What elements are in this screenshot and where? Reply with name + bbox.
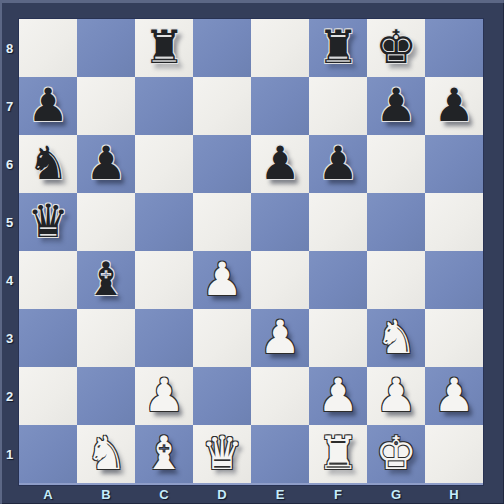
square-d2[interactable] — [193, 367, 251, 425]
square-a4[interactable] — [19, 251, 77, 309]
rank-label-2: 2 — [0, 367, 19, 425]
black-king-icon[interactable]: ♚ — [375, 24, 416, 70]
file-label-b: B — [77, 485, 135, 504]
square-h5[interactable] — [425, 193, 483, 251]
square-e8[interactable] — [251, 19, 309, 77]
square-e7[interactable] — [251, 77, 309, 135]
black-pawn-icon[interactable]: ♟ — [317, 140, 358, 186]
square-g3[interactable]: ♞ — [367, 309, 425, 367]
square-h8[interactable] — [425, 19, 483, 77]
black-pawn-icon[interactable]: ♟ — [259, 140, 300, 186]
chess-board: ♜♜♚♟♟♟♞♟♟♟♛♝♟♟♞♟♟♟♟♞♝♛♜♚ — [19, 19, 483, 485]
file-label-d: D — [193, 485, 251, 504]
square-c1[interactable]: ♝ — [135, 425, 193, 483]
white-knight-icon[interactable]: ♞ — [85, 430, 126, 476]
white-pawn-icon[interactable]: ♟ — [317, 372, 358, 418]
square-b4[interactable]: ♝ — [77, 251, 135, 309]
square-c8[interactable]: ♜ — [135, 19, 193, 77]
square-c4[interactable] — [135, 251, 193, 309]
file-label-e: E — [251, 485, 309, 504]
square-f4[interactable] — [309, 251, 367, 309]
square-g8[interactable]: ♚ — [367, 19, 425, 77]
square-a7[interactable]: ♟ — [19, 77, 77, 135]
square-d3[interactable] — [193, 309, 251, 367]
file-label-g: G — [367, 485, 425, 504]
square-h1[interactable] — [425, 425, 483, 483]
square-d4[interactable]: ♟ — [193, 251, 251, 309]
square-a1[interactable] — [19, 425, 77, 483]
square-d7[interactable] — [193, 77, 251, 135]
square-h3[interactable] — [425, 309, 483, 367]
square-b5[interactable] — [77, 193, 135, 251]
file-label-c: C — [135, 485, 193, 504]
rank-label-5: 5 — [0, 193, 19, 251]
white-king-icon[interactable]: ♚ — [375, 430, 416, 476]
white-pawn-icon[interactable]: ♟ — [143, 372, 184, 418]
white-rook-icon[interactable]: ♜ — [317, 430, 358, 476]
square-a6[interactable]: ♞ — [19, 135, 77, 193]
white-pawn-icon[interactable]: ♟ — [375, 372, 416, 418]
square-d1[interactable]: ♛ — [193, 425, 251, 483]
square-c7[interactable] — [135, 77, 193, 135]
rank-labels: 87654321 — [0, 19, 19, 483]
square-a8[interactable] — [19, 19, 77, 77]
square-a5[interactable]: ♛ — [19, 193, 77, 251]
square-b2[interactable] — [77, 367, 135, 425]
square-e3[interactable]: ♟ — [251, 309, 309, 367]
rank-label-3: 3 — [0, 309, 19, 367]
rank-label-4: 4 — [0, 251, 19, 309]
black-pawn-icon[interactable]: ♟ — [375, 82, 416, 128]
black-rook-icon[interactable]: ♜ — [317, 24, 358, 70]
white-bishop-icon[interactable]: ♝ — [143, 430, 184, 476]
square-c2[interactable]: ♟ — [135, 367, 193, 425]
square-g4[interactable] — [367, 251, 425, 309]
square-h7[interactable]: ♟ — [425, 77, 483, 135]
square-g7[interactable]: ♟ — [367, 77, 425, 135]
black-pawn-icon[interactable]: ♟ — [85, 140, 126, 186]
square-d6[interactable] — [193, 135, 251, 193]
black-queen-icon[interactable]: ♛ — [27, 198, 68, 244]
square-g2[interactable]: ♟ — [367, 367, 425, 425]
black-rook-icon[interactable]: ♜ — [143, 24, 184, 70]
square-e4[interactable] — [251, 251, 309, 309]
square-e6[interactable]: ♟ — [251, 135, 309, 193]
square-f6[interactable]: ♟ — [309, 135, 367, 193]
black-pawn-icon[interactable]: ♟ — [27, 82, 68, 128]
square-a2[interactable] — [19, 367, 77, 425]
white-pawn-icon[interactable]: ♟ — [433, 372, 474, 418]
square-f7[interactable] — [309, 77, 367, 135]
rank-label-8: 8 — [0, 19, 19, 77]
file-label-h: H — [425, 485, 483, 504]
white-pawn-icon[interactable]: ♟ — [259, 314, 300, 360]
square-f5[interactable] — [309, 193, 367, 251]
square-d5[interactable] — [193, 193, 251, 251]
file-label-f: F — [309, 485, 367, 504]
square-g6[interactable] — [367, 135, 425, 193]
file-label-a: A — [19, 485, 77, 504]
square-b1[interactable]: ♞ — [77, 425, 135, 483]
square-g5[interactable] — [367, 193, 425, 251]
square-a3[interactable] — [19, 309, 77, 367]
square-h2[interactable]: ♟ — [425, 367, 483, 425]
square-b7[interactable] — [77, 77, 135, 135]
square-f3[interactable] — [309, 309, 367, 367]
square-c5[interactable] — [135, 193, 193, 251]
square-e5[interactable] — [251, 193, 309, 251]
black-pawn-icon[interactable]: ♟ — [433, 82, 474, 128]
black-bishop-icon[interactable]: ♝ — [85, 256, 126, 302]
square-c6[interactable] — [135, 135, 193, 193]
white-queen-icon[interactable]: ♛ — [201, 430, 242, 476]
square-h6[interactable] — [425, 135, 483, 193]
board-frame: 87654321 ♜♜♚♟♟♟♞♟♟♟♛♝♟♟♞♟♟♟♟♞♝♛♜♚ ABCDEF… — [0, 0, 504, 504]
rank-label-6: 6 — [0, 135, 19, 193]
white-knight-icon[interactable]: ♞ — [375, 314, 416, 360]
square-b8[interactable] — [77, 19, 135, 77]
square-f1[interactable]: ♜ — [309, 425, 367, 483]
square-b3[interactable] — [77, 309, 135, 367]
square-f8[interactable]: ♜ — [309, 19, 367, 77]
square-g1[interactable]: ♚ — [367, 425, 425, 483]
square-d8[interactable] — [193, 19, 251, 77]
white-pawn-icon[interactable]: ♟ — [201, 256, 242, 302]
rank-label-7: 7 — [0, 77, 19, 135]
square-f2[interactable]: ♟ — [309, 367, 367, 425]
square-c3[interactable] — [135, 309, 193, 367]
rank-label-1: 1 — [0, 425, 19, 483]
black-knight-icon[interactable]: ♞ — [27, 140, 68, 186]
square-h4[interactable] — [425, 251, 483, 309]
square-e2[interactable] — [251, 367, 309, 425]
square-e1[interactable] — [251, 425, 309, 483]
square-b6[interactable]: ♟ — [77, 135, 135, 193]
file-labels: ABCDEFGH — [19, 485, 483, 504]
